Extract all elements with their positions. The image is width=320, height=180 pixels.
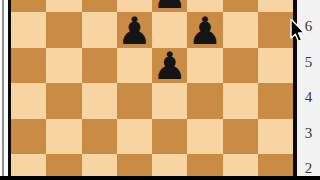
square-h4[interactable] (258, 83, 293, 119)
square-h3[interactable] (258, 119, 293, 155)
square-c7[interactable] (82, 0, 117, 12)
video-frame: ♟♟♟♟ 65432 (0, 0, 320, 180)
square-a6[interactable] (11, 12, 46, 48)
square-g5[interactable] (223, 48, 258, 84)
square-g7[interactable] (223, 0, 258, 12)
square-b3[interactable] (46, 119, 81, 155)
square-d3[interactable] (117, 119, 152, 155)
black-pawn-f6[interactable]: ♟ (188, 12, 222, 50)
square-a4[interactable] (11, 83, 46, 119)
bottom-black-bar (0, 176, 320, 180)
square-h5[interactable] (258, 48, 293, 84)
square-e7[interactable]: ♟ (152, 0, 187, 12)
square-c5[interactable] (82, 48, 117, 84)
square-e6[interactable] (152, 12, 187, 48)
square-b6[interactable] (46, 12, 81, 48)
square-e3[interactable] (152, 119, 187, 155)
square-e5[interactable]: ♟ (152, 48, 187, 84)
square-f5[interactable] (187, 48, 222, 84)
square-b7[interactable] (46, 0, 81, 12)
black-pawn-e5[interactable]: ♟ (153, 47, 187, 85)
square-f6[interactable]: ♟ (187, 12, 222, 48)
square-c3[interactable] (82, 119, 117, 155)
square-e4[interactable] (152, 83, 187, 119)
square-d4[interactable] (117, 83, 152, 119)
square-a5[interactable] (11, 48, 46, 84)
panel-divider-line (2, 0, 4, 180)
square-b4[interactable] (46, 83, 81, 119)
square-b5[interactable] (46, 48, 81, 84)
black-pawn-d6[interactable]: ♟ (117, 12, 151, 50)
square-h6[interactable] (258, 12, 293, 48)
square-g3[interactable] (223, 119, 258, 155)
square-g4[interactable] (223, 83, 258, 119)
rank-label-6: 6 (297, 9, 320, 45)
square-c6[interactable] (82, 12, 117, 48)
square-g6[interactable] (223, 12, 258, 48)
square-h7[interactable] (258, 0, 293, 12)
square-a7[interactable] (11, 0, 46, 12)
rank-label-5: 5 (297, 45, 320, 81)
rank-coordinates-strip: 65432 (297, 0, 320, 180)
square-c4[interactable] (82, 83, 117, 119)
rank-label-4: 4 (297, 80, 320, 116)
left-panel-edge (0, 0, 8, 180)
rank-label-3: 3 (297, 116, 320, 152)
square-f3[interactable] (187, 119, 222, 155)
square-d5[interactable] (117, 48, 152, 84)
square-a3[interactable] (11, 119, 46, 155)
square-f4[interactable] (187, 83, 222, 119)
chess-board[interactable]: ♟♟♟♟ (11, 0, 293, 180)
square-d6[interactable]: ♟ (117, 12, 152, 48)
